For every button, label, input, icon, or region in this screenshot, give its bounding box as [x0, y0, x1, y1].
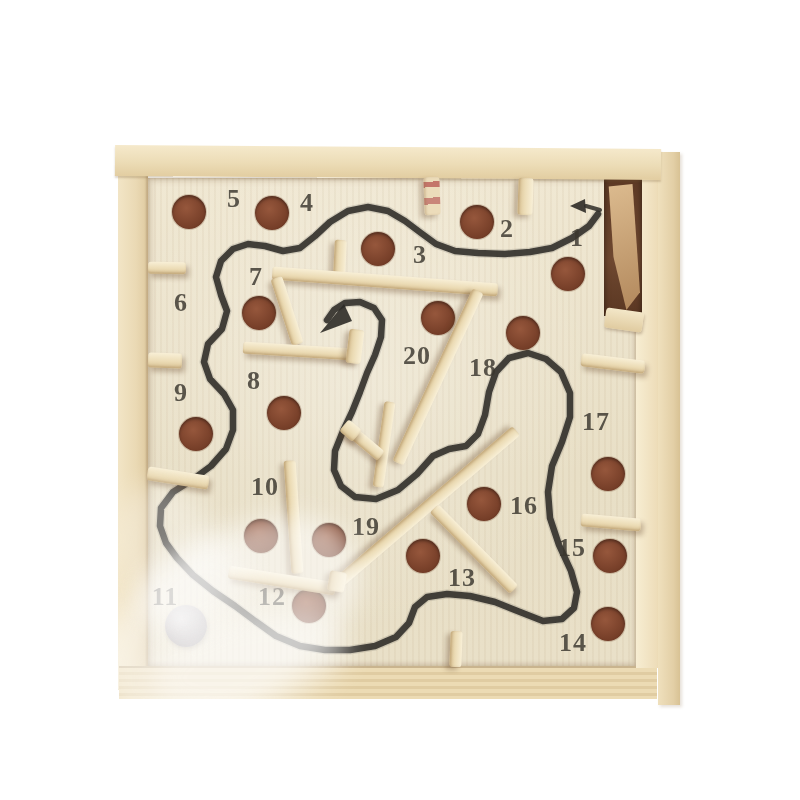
- box-frame-bottom: [119, 666, 657, 699]
- number-label-5: 5: [227, 184, 241, 214]
- number-label-13: 13: [448, 563, 476, 593]
- hole-4: [255, 196, 289, 230]
- number-label-14: 14: [559, 628, 587, 658]
- hole-8: [267, 396, 301, 430]
- wall-stick-1: [148, 262, 186, 275]
- chute-ramp: [606, 184, 640, 310]
- box-frame-top: [115, 145, 661, 180]
- hole-18: [506, 316, 540, 350]
- hole-7: [242, 296, 276, 330]
- number-label-1: 1: [570, 223, 584, 253]
- box-frame-left: [118, 152, 148, 690]
- wall-stick-2: [148, 352, 183, 368]
- number-label-17: 17: [582, 407, 610, 437]
- number-label-4: 4: [300, 188, 314, 218]
- wall-stick-17: [327, 570, 347, 593]
- hole-14: [591, 607, 625, 641]
- box-frame-right-outer: [658, 152, 680, 705]
- hole-16: [467, 487, 501, 521]
- steel-ball: [165, 605, 207, 647]
- wall-stick-20: [449, 631, 462, 667]
- number-label-8: 8: [247, 366, 261, 396]
- hole-3: [361, 232, 395, 266]
- number-label-3: 3: [413, 240, 427, 270]
- number-label-18: 18: [469, 353, 497, 383]
- number-label-19: 19: [352, 512, 380, 542]
- hole-20: [421, 301, 455, 335]
- number-label-20: 20: [403, 341, 431, 371]
- ball-chute-cavity: [604, 176, 642, 316]
- hole-15: [593, 539, 627, 573]
- number-label-9: 9: [174, 378, 188, 408]
- hole-19: [312, 523, 346, 557]
- hole-9: [179, 417, 213, 451]
- hole-5: [172, 195, 206, 229]
- top-tab-striped: [423, 177, 440, 216]
- number-label-10: 10: [251, 472, 279, 502]
- top-tab-plain: [517, 177, 533, 215]
- number-label-15: 15: [558, 533, 586, 563]
- number-label-6: 6: [174, 288, 188, 318]
- wall-stick-4: [333, 240, 347, 275]
- hole-13: [406, 539, 440, 573]
- product-photo-wooden-maze: 1234567891011121314151617181920: [0, 0, 800, 800]
- hole-10: [244, 519, 278, 553]
- hole-12: [292, 589, 326, 623]
- hole-2: [460, 205, 494, 239]
- hole-1: [551, 257, 585, 291]
- number-label-16: 16: [510, 491, 538, 521]
- number-label-2: 2: [500, 214, 514, 244]
- number-label-7: 7: [249, 262, 263, 292]
- hole-17: [591, 457, 625, 491]
